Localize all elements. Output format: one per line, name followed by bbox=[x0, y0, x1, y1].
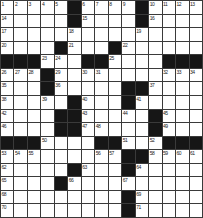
cell-r14c6[interactable]: 66 bbox=[68, 177, 80, 190]
black-cell-r16c10 bbox=[122, 204, 134, 217]
cell-r13c4[interactable] bbox=[41, 164, 53, 177]
cell-r10c14[interactable] bbox=[176, 123, 188, 136]
cell-r11c5[interactable] bbox=[55, 137, 67, 150]
clue-number-64: 64 bbox=[136, 164, 141, 170]
black-cell-r15c10 bbox=[122, 191, 134, 204]
clue-number-19: 19 bbox=[136, 28, 141, 34]
cell-r3c1[interactable]: 17 bbox=[1, 28, 13, 41]
cell-r6c11[interactable] bbox=[136, 69, 148, 82]
cell-r4c4[interactable] bbox=[41, 42, 53, 55]
black-cell-r4c5 bbox=[55, 42, 67, 55]
cell-r11c12[interactable]: 52 bbox=[149, 137, 161, 150]
black-cell-r7c10 bbox=[122, 82, 134, 95]
cell-r9c9[interactable] bbox=[109, 110, 121, 123]
cell-r16c2[interactable] bbox=[14, 204, 26, 217]
black-cell-r9c5 bbox=[55, 110, 67, 123]
cell-r6c2[interactable]: 27 bbox=[14, 69, 26, 82]
cell-r3c3[interactable] bbox=[28, 28, 40, 41]
cell-r6c13[interactable]: 32 bbox=[163, 69, 175, 82]
clue-number-67: 67 bbox=[123, 177, 128, 183]
cell-r8c5[interactable] bbox=[55, 96, 67, 109]
cell-r5c11[interactable] bbox=[136, 55, 148, 68]
cell-r13c12[interactable] bbox=[149, 164, 161, 177]
clue-number-27: 27 bbox=[15, 69, 20, 75]
cell-r7c12[interactable]: 37 bbox=[149, 82, 161, 95]
cell-r6c1[interactable]: 26 bbox=[1, 69, 13, 82]
cell-r9c8[interactable] bbox=[95, 110, 107, 123]
cell-r14c14[interactable] bbox=[176, 177, 188, 190]
cell-r14c9[interactable] bbox=[109, 177, 121, 190]
cell-r4c11[interactable] bbox=[136, 42, 148, 55]
black-cell-r1c11 bbox=[136, 1, 148, 14]
cell-r13c9[interactable] bbox=[109, 164, 121, 177]
cell-r11c6[interactable] bbox=[68, 137, 80, 150]
cell-r8c11[interactable]: 41 bbox=[136, 96, 148, 109]
cell-r16c14[interactable] bbox=[176, 204, 188, 217]
cell-r4c2[interactable] bbox=[14, 42, 26, 55]
black-cell-r13c6 bbox=[68, 164, 80, 177]
cell-r16c7[interactable] bbox=[82, 204, 94, 217]
cell-r9c10[interactable]: 44 bbox=[122, 110, 134, 123]
cell-r10c7[interactable]: 47 bbox=[82, 123, 94, 136]
black-cell-r9c6 bbox=[68, 110, 80, 123]
cell-r10c13[interactable]: 49 bbox=[163, 123, 175, 136]
clue-number-21: 21 bbox=[69, 42, 74, 48]
black-cell-r5c3 bbox=[28, 55, 40, 68]
cell-r4c3[interactable] bbox=[28, 42, 40, 55]
clue-number-25: 25 bbox=[109, 55, 114, 61]
cell-r7c2[interactable] bbox=[14, 82, 26, 95]
clue-number-54: 54 bbox=[15, 150, 20, 156]
black-cell-r5c7 bbox=[82, 55, 94, 68]
cell-r6c14[interactable]: 33 bbox=[176, 69, 188, 82]
clue-number-33: 33 bbox=[177, 69, 182, 75]
clue-number-56: 56 bbox=[96, 150, 101, 156]
clue-number-68: 68 bbox=[2, 191, 7, 197]
cell-r2c1[interactable]: 14 bbox=[1, 15, 13, 28]
cell-r13c5[interactable] bbox=[55, 164, 67, 177]
cell-r8c9[interactable] bbox=[109, 96, 121, 109]
clue-number-14: 14 bbox=[2, 15, 7, 21]
cell-r6c5[interactable]: 29 bbox=[55, 69, 67, 82]
cell-r3c14[interactable] bbox=[176, 28, 188, 41]
black-cell-r11c2 bbox=[14, 137, 26, 150]
cell-r14c2[interactable] bbox=[14, 177, 26, 190]
cell-r13c11[interactable]: 64 bbox=[136, 164, 148, 177]
cell-r1c2[interactable]: 2 bbox=[14, 1, 26, 14]
cell-r3c8[interactable] bbox=[95, 28, 107, 41]
cell-r1c8[interactable]: 7 bbox=[95, 1, 107, 14]
clue-number-10: 10 bbox=[150, 1, 155, 7]
cell-r4c1[interactable]: 20 bbox=[1, 42, 13, 55]
cell-r16c4[interactable] bbox=[41, 204, 53, 217]
cell-r12c7[interactable] bbox=[82, 150, 94, 163]
cell-r14c15[interactable] bbox=[190, 177, 202, 190]
cell-r9c3[interactable] bbox=[28, 110, 40, 123]
cell-r16c8[interactable] bbox=[95, 204, 107, 217]
cell-r6c3[interactable]: 28 bbox=[28, 69, 40, 82]
black-cell-r5c8 bbox=[95, 55, 107, 68]
cell-r8c13[interactable] bbox=[163, 96, 175, 109]
cell-r3c2[interactable] bbox=[14, 28, 26, 41]
black-cell-r8c6 bbox=[68, 96, 80, 109]
clue-number-5: 5 bbox=[55, 1, 57, 7]
cell-r6c12[interactable] bbox=[149, 69, 161, 82]
cell-r7c3[interactable] bbox=[28, 82, 40, 95]
cell-r15c4[interactable] bbox=[41, 191, 53, 204]
cell-r4c14[interactable] bbox=[176, 42, 188, 55]
cell-r2c9[interactable] bbox=[109, 15, 121, 28]
black-cell-r12c11 bbox=[136, 150, 148, 163]
cell-r16c3[interactable] bbox=[28, 204, 40, 217]
cell-r5c5[interactable]: 24 bbox=[55, 55, 67, 68]
cell-r1c4[interactable]: 4 bbox=[41, 1, 53, 14]
clue-number-43: 43 bbox=[82, 110, 87, 116]
cell-r14c1[interactable]: 65 bbox=[1, 177, 13, 190]
cell-r7c7[interactable] bbox=[82, 82, 94, 95]
cell-r7c9[interactable] bbox=[109, 82, 121, 95]
cell-r6c9[interactable] bbox=[109, 69, 121, 82]
cell-r16c11[interactable]: 71 bbox=[136, 204, 148, 217]
cell-r15c2[interactable] bbox=[14, 191, 26, 204]
cell-r13c13[interactable] bbox=[163, 164, 175, 177]
cell-r12c3[interactable]: 55 bbox=[28, 150, 40, 163]
cell-r2c2[interactable] bbox=[14, 15, 26, 28]
clue-number-70: 70 bbox=[2, 204, 7, 210]
cell-r1c10[interactable]: 9 bbox=[122, 1, 134, 14]
clue-number-13: 13 bbox=[190, 1, 195, 7]
cell-r7c14[interactable] bbox=[176, 82, 188, 95]
cell-r4c10[interactable]: 22 bbox=[122, 42, 134, 55]
clue-number-55: 55 bbox=[28, 150, 33, 156]
clue-number-3: 3 bbox=[28, 1, 30, 7]
cell-r12c13[interactable]: 59 bbox=[163, 150, 175, 163]
cell-r2c13[interactable] bbox=[163, 15, 175, 28]
cell-r15c6[interactable] bbox=[68, 191, 80, 204]
clue-number-20: 20 bbox=[2, 42, 7, 48]
clue-number-31: 31 bbox=[96, 69, 101, 75]
clue-number-17: 17 bbox=[2, 28, 7, 34]
cell-r9c11[interactable] bbox=[136, 110, 148, 123]
cell-r7c6[interactable] bbox=[68, 82, 80, 95]
cell-r14c4[interactable] bbox=[41, 177, 53, 190]
cell-r12c9[interactable]: 57 bbox=[109, 150, 121, 163]
clue-number-38: 38 bbox=[2, 96, 7, 102]
clue-number-66: 66 bbox=[69, 177, 74, 183]
clue-number-59: 59 bbox=[163, 150, 168, 156]
clue-number-45: 45 bbox=[163, 110, 168, 116]
cell-r1c5[interactable]: 5 bbox=[55, 1, 67, 14]
cell-r5c12[interactable] bbox=[149, 55, 161, 68]
cell-r16c6[interactable] bbox=[68, 204, 80, 217]
cell-r3c15[interactable] bbox=[190, 28, 202, 41]
cell-r3c5[interactable] bbox=[55, 28, 67, 41]
clue-number-69: 69 bbox=[136, 191, 141, 197]
cell-r8c14[interactable] bbox=[176, 96, 188, 109]
cell-r10c15[interactable] bbox=[190, 123, 202, 136]
cell-r12c2[interactable]: 54 bbox=[14, 150, 26, 163]
cell-r9c2[interactable] bbox=[14, 110, 26, 123]
cell-r15c15[interactable] bbox=[190, 191, 202, 204]
clue-number-48: 48 bbox=[96, 123, 101, 129]
black-cell-r8c10 bbox=[122, 96, 134, 109]
clue-number-42: 42 bbox=[2, 110, 7, 116]
cell-r15c9[interactable] bbox=[109, 191, 121, 204]
cell-r15c14[interactable] bbox=[176, 191, 188, 204]
cell-r1c7[interactable]: 6 bbox=[82, 1, 94, 14]
clue-number-8: 8 bbox=[109, 1, 111, 7]
clue-number-15: 15 bbox=[82, 15, 87, 21]
cell-r14c8[interactable] bbox=[95, 177, 107, 190]
cell-r14c13[interactable] bbox=[163, 177, 175, 190]
cell-r5c4[interactable]: 23 bbox=[41, 55, 53, 68]
cell-r12c12[interactable]: 58 bbox=[149, 150, 161, 163]
black-cell-r5c14 bbox=[176, 55, 188, 68]
cell-r15c7[interactable] bbox=[82, 191, 94, 204]
clue-number-35: 35 bbox=[2, 82, 7, 88]
clue-number-39: 39 bbox=[42, 96, 47, 102]
black-cell-r11c15 bbox=[190, 137, 202, 150]
cell-r9c15[interactable] bbox=[190, 110, 202, 123]
clue-number-24: 24 bbox=[55, 55, 60, 61]
clue-number-11: 11 bbox=[163, 1, 167, 7]
cell-r5c6[interactable] bbox=[68, 55, 80, 68]
cell-r12c15[interactable]: 61 bbox=[190, 150, 202, 163]
clue-number-16: 16 bbox=[150, 15, 155, 21]
cell-r12c1[interactable]: 53 bbox=[1, 150, 13, 163]
clue-number-2: 2 bbox=[15, 1, 17, 7]
clue-number-23: 23 bbox=[42, 55, 47, 61]
black-cell-r10c6 bbox=[68, 123, 80, 136]
cell-r15c11[interactable]: 69 bbox=[136, 191, 148, 204]
cell-r16c13[interactable] bbox=[163, 204, 175, 217]
cell-r8c4[interactable]: 39 bbox=[41, 96, 53, 109]
cell-r4c7[interactable] bbox=[82, 42, 94, 55]
cell-r13c2[interactable] bbox=[14, 164, 26, 177]
black-cell-r7c11 bbox=[136, 82, 148, 95]
cell-r2c10[interactable] bbox=[122, 15, 134, 28]
cell-r3c10[interactable] bbox=[122, 28, 134, 41]
cell-r1c9[interactable]: 8 bbox=[109, 1, 121, 14]
cell-r8c7[interactable]: 40 bbox=[82, 96, 94, 109]
cell-r6c8[interactable]: 31 bbox=[95, 69, 107, 82]
cell-r13c3[interactable] bbox=[28, 164, 40, 177]
cell-r13c14[interactable] bbox=[176, 164, 188, 177]
clue-number-40: 40 bbox=[82, 96, 87, 102]
cell-r9c1[interactable]: 42 bbox=[1, 110, 13, 123]
cell-r9c7[interactable]: 43 bbox=[82, 110, 94, 123]
clue-number-51: 51 bbox=[123, 137, 128, 143]
cell-r3c11[interactable]: 19 bbox=[136, 28, 148, 41]
cell-r2c12[interactable]: 16 bbox=[149, 15, 161, 28]
cell-r8c3[interactable] bbox=[28, 96, 40, 109]
black-cell-r2c6 bbox=[68, 15, 80, 28]
clue-number-9: 9 bbox=[123, 1, 125, 7]
black-cell-r11c3 bbox=[28, 137, 40, 150]
clue-number-62: 62 bbox=[2, 164, 7, 170]
cell-r14c10[interactable]: 67 bbox=[122, 177, 134, 190]
clue-number-28: 28 bbox=[28, 69, 33, 75]
cell-r3c7[interactable] bbox=[82, 28, 94, 41]
cell-r7c8[interactable] bbox=[95, 82, 107, 95]
cell-r2c15[interactable] bbox=[190, 15, 202, 28]
cell-r6c7[interactable]: 30 bbox=[82, 69, 94, 82]
clue-number-71: 71 bbox=[136, 204, 141, 210]
cell-r2c3[interactable] bbox=[28, 15, 40, 28]
cell-r10c11[interactable] bbox=[136, 123, 148, 136]
clue-number-1: 1 bbox=[2, 1, 4, 7]
cell-r1c13[interactable]: 11 bbox=[163, 1, 175, 14]
cell-r16c15[interactable] bbox=[190, 204, 202, 217]
cell-r8c15[interactable] bbox=[190, 96, 202, 109]
cell-r10c8[interactable]: 48 bbox=[95, 123, 107, 136]
cell-r2c7[interactable]: 15 bbox=[82, 15, 94, 28]
cell-r1c3[interactable]: 3 bbox=[28, 1, 40, 14]
clue-number-12: 12 bbox=[177, 1, 182, 7]
crossword-puzzle: 1234567891011121314151617181920212223242… bbox=[0, 0, 203, 218]
cell-r16c1[interactable]: 70 bbox=[1, 204, 13, 217]
cell-r7c15[interactable] bbox=[190, 82, 202, 95]
black-cell-r5c15 bbox=[190, 55, 202, 68]
clue-number-50: 50 bbox=[42, 137, 47, 143]
cell-r8c1[interactable]: 38 bbox=[1, 96, 13, 109]
cell-r10c2[interactable] bbox=[14, 123, 26, 136]
cell-r3c4[interactable] bbox=[41, 28, 53, 41]
cell-r15c1[interactable]: 68 bbox=[1, 191, 13, 204]
cell-r3c13[interactable] bbox=[163, 28, 175, 41]
cell-r2c14[interactable] bbox=[176, 15, 188, 28]
cell-r4c13[interactable] bbox=[163, 42, 175, 55]
cell-r14c11[interactable] bbox=[136, 177, 148, 190]
cell-r15c3[interactable] bbox=[28, 191, 40, 204]
cell-r16c12[interactable] bbox=[149, 204, 161, 217]
black-cell-r5c13 bbox=[163, 55, 175, 68]
clue-number-41: 41 bbox=[136, 96, 141, 102]
clue-number-63: 63 bbox=[82, 164, 87, 170]
cell-r15c5[interactable] bbox=[55, 191, 67, 204]
cell-r11c4[interactable]: 50 bbox=[41, 137, 53, 150]
clue-number-22: 22 bbox=[123, 42, 128, 48]
cell-r9c13[interactable]: 45 bbox=[163, 110, 175, 123]
cell-r12c6[interactable] bbox=[68, 150, 80, 163]
clue-number-7: 7 bbox=[96, 1, 98, 7]
cell-r13c15[interactable] bbox=[190, 164, 202, 177]
cell-r11c11[interactable] bbox=[136, 137, 148, 150]
cell-r12c8[interactable]: 56 bbox=[95, 150, 107, 163]
cell-r13c8[interactable] bbox=[95, 164, 107, 177]
cell-r14c3[interactable] bbox=[28, 177, 40, 190]
clue-number-37: 37 bbox=[150, 82, 155, 88]
cell-r1c1[interactable]: 1 bbox=[1, 1, 13, 14]
cell-r8c2[interactable] bbox=[14, 96, 26, 109]
clue-number-49: 49 bbox=[163, 123, 168, 129]
clue-number-6: 6 bbox=[82, 1, 84, 7]
cell-r2c8[interactable] bbox=[95, 15, 107, 28]
black-cell-r10c5 bbox=[55, 123, 67, 136]
cell-r14c12[interactable] bbox=[149, 177, 161, 190]
black-cell-r9c12 bbox=[149, 110, 161, 123]
cell-r10c10[interactable] bbox=[122, 123, 134, 136]
clue-number-60: 60 bbox=[177, 150, 182, 156]
cell-r1c12[interactable]: 10 bbox=[149, 1, 161, 14]
crossword-grid: 1234567891011121314151617181920212223242… bbox=[0, 0, 203, 218]
cell-r6c10[interactable] bbox=[122, 69, 134, 82]
cell-r4c12[interactable] bbox=[149, 42, 161, 55]
cell-r11c7[interactable] bbox=[82, 137, 94, 150]
cell-r14c7[interactable] bbox=[82, 177, 94, 190]
cell-r16c9[interactable] bbox=[109, 204, 121, 217]
cell-r1c14[interactable]: 12 bbox=[176, 1, 188, 14]
cell-r9c4[interactable] bbox=[41, 110, 53, 123]
clue-number-36: 36 bbox=[55, 82, 60, 88]
cell-r10c3[interactable] bbox=[28, 123, 40, 136]
cell-r4c6[interactable]: 21 bbox=[68, 42, 80, 55]
cell-r6c6[interactable] bbox=[68, 69, 80, 82]
cell-r8c8[interactable] bbox=[95, 96, 107, 109]
cell-r4c15[interactable] bbox=[190, 42, 202, 55]
clue-number-4: 4 bbox=[42, 1, 44, 7]
black-cell-r10c12 bbox=[149, 123, 161, 136]
cell-r15c8[interactable] bbox=[95, 191, 107, 204]
clue-number-57: 57 bbox=[109, 150, 114, 156]
cell-r16c5[interactable] bbox=[55, 204, 67, 217]
clue-number-58: 58 bbox=[150, 150, 155, 156]
cell-r15c12[interactable] bbox=[149, 191, 161, 204]
clue-number-47: 47 bbox=[82, 123, 87, 129]
clue-number-52: 52 bbox=[150, 137, 155, 143]
cell-r2c4[interactable] bbox=[41, 15, 53, 28]
black-cell-r11c13 bbox=[163, 137, 175, 150]
black-cell-r5c1 bbox=[1, 55, 13, 68]
cell-r15c13[interactable] bbox=[163, 191, 175, 204]
cell-r7c1[interactable]: 35 bbox=[1, 82, 13, 95]
black-cell-r6c4 bbox=[41, 69, 53, 82]
cell-r7c5[interactable]: 36 bbox=[55, 82, 67, 95]
clue-number-61: 61 bbox=[190, 150, 195, 156]
cell-r8c12[interactable] bbox=[149, 96, 161, 109]
cell-r3c6[interactable]: 18 bbox=[68, 28, 80, 41]
cell-r10c4[interactable] bbox=[41, 123, 53, 136]
cell-r11c10[interactable]: 51 bbox=[122, 137, 134, 150]
cell-r3c12[interactable] bbox=[149, 28, 161, 41]
cell-r12c5[interactable] bbox=[55, 150, 67, 163]
cell-r12c14[interactable]: 60 bbox=[176, 150, 188, 163]
cell-r5c10[interactable] bbox=[122, 55, 134, 68]
clue-number-34: 34 bbox=[190, 69, 195, 75]
cell-r2c5[interactable] bbox=[55, 15, 67, 28]
cell-r9c14[interactable] bbox=[176, 110, 188, 123]
clue-number-65: 65 bbox=[2, 177, 7, 183]
cell-r10c9[interactable] bbox=[109, 123, 121, 136]
black-cell-r13c10 bbox=[122, 164, 134, 177]
cell-r6c15[interactable]: 34 bbox=[190, 69, 202, 82]
cell-r12c4[interactable] bbox=[41, 150, 53, 163]
clue-number-29: 29 bbox=[55, 69, 60, 75]
clue-number-32: 32 bbox=[163, 69, 168, 75]
cell-r3c9[interactable] bbox=[109, 28, 121, 41]
black-cell-r7c4 bbox=[41, 82, 53, 95]
cell-r13c1[interactable]: 62 bbox=[1, 164, 13, 177]
cell-r5c9[interactable]: 25 bbox=[109, 55, 121, 68]
cell-r10c1[interactable]: 46 bbox=[1, 123, 13, 136]
clue-number-44: 44 bbox=[123, 110, 128, 116]
clue-number-26: 26 bbox=[2, 69, 7, 75]
cell-r7c13[interactable] bbox=[163, 82, 175, 95]
cell-r4c8[interactable] bbox=[95, 42, 107, 55]
cell-r1c15[interactable]: 13 bbox=[190, 1, 202, 14]
cell-r13c7[interactable]: 63 bbox=[82, 164, 94, 177]
black-cell-r11c14 bbox=[176, 137, 188, 150]
